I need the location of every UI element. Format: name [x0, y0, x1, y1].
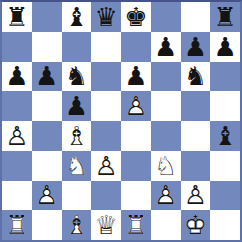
white-knight-icon[interactable]: ♞ — [62, 151, 92, 181]
square-c6[interactable]: ♞ — [62, 62, 92, 92]
square-c2[interactable] — [62, 181, 92, 211]
square-f2[interactable]: ♟♙ — [151, 181, 181, 211]
chess-board: ♜♝♛♚♜♟♟♟♟♟♞♟♞♟♟♙♟♙♝♗♝♞♘♟♙♞♘♟♙♟♙♟♙♜♖♝♗♛♕♜… — [0, 0, 242, 242]
square-c1[interactable]: ♝♗ — [62, 210, 92, 240]
black-queen-icon[interactable]: ♛ — [91, 2, 121, 32]
square-b7[interactable] — [32, 32, 62, 62]
square-e8[interactable]: ♚ — [121, 2, 151, 32]
square-d5[interactable] — [91, 91, 121, 121]
white-pawn-icon-outline: ♙ — [2, 121, 32, 151]
black-bishop-icon[interactable]: ♝ — [62, 2, 92, 32]
white-rook-icon[interactable]: ♜ — [121, 210, 151, 240]
square-h2[interactable] — [210, 181, 240, 211]
white-pawn-icon[interactable]: ♟ — [121, 91, 151, 121]
square-c3[interactable]: ♞♘ — [62, 151, 92, 181]
white-king-icon[interactable]: ♚ — [181, 210, 211, 240]
square-g7[interactable]: ♟ — [181, 32, 211, 62]
white-pawn-icon-outline: ♙ — [121, 91, 151, 121]
white-pawn-icon[interactable]: ♟ — [2, 121, 32, 151]
square-f6[interactable] — [151, 62, 181, 92]
square-e3[interactable] — [121, 151, 151, 181]
square-g1[interactable]: ♚♔ — [181, 210, 211, 240]
square-c7[interactable] — [62, 32, 92, 62]
square-h7[interactable]: ♟ — [210, 32, 240, 62]
square-d8[interactable]: ♛ — [91, 2, 121, 32]
white-pawn-icon[interactable]: ♟ — [181, 181, 211, 211]
square-a8[interactable]: ♜ — [2, 2, 32, 32]
square-c8[interactable]: ♝ — [62, 2, 92, 32]
square-f8[interactable] — [151, 2, 181, 32]
square-h3[interactable] — [210, 151, 240, 181]
square-b4[interactable] — [32, 121, 62, 151]
black-rook-icon[interactable]: ♜ — [210, 2, 240, 32]
square-c5[interactable]: ♟ — [62, 91, 92, 121]
white-queen-icon[interactable]: ♛ — [91, 210, 121, 240]
square-a3[interactable] — [2, 151, 32, 181]
black-king-icon[interactable]: ♚ — [121, 2, 151, 32]
white-pawn-icon[interactable]: ♟ — [151, 181, 181, 211]
white-rook-icon[interactable]: ♜ — [2, 210, 32, 240]
square-e4[interactable] — [121, 121, 151, 151]
square-b5[interactable] — [32, 91, 62, 121]
white-rook-icon-outline: ♖ — [121, 210, 151, 240]
square-h8[interactable]: ♜ — [210, 2, 240, 32]
black-pawn-icon[interactable]: ♟ — [181, 32, 211, 62]
white-bishop-icon-outline: ♗ — [62, 121, 92, 151]
square-d1[interactable]: ♛♕ — [91, 210, 121, 240]
square-g8[interactable] — [181, 2, 211, 32]
white-king-icon-outline: ♔ — [181, 210, 211, 240]
black-pawn-icon[interactable]: ♟ — [2, 62, 32, 92]
white-bishop-icon[interactable]: ♝ — [62, 210, 92, 240]
square-h1[interactable] — [210, 210, 240, 240]
square-e7[interactable] — [121, 32, 151, 62]
square-b1[interactable] — [32, 210, 62, 240]
white-knight-icon-outline: ♘ — [151, 151, 181, 181]
square-d6[interactable] — [91, 62, 121, 92]
white-rook-icon-outline: ♖ — [2, 210, 32, 240]
square-h4[interactable]: ♝ — [210, 121, 240, 151]
square-g2[interactable]: ♟♙ — [181, 181, 211, 211]
black-pawn-icon[interactable]: ♟ — [121, 62, 151, 92]
square-g4[interactable] — [181, 121, 211, 151]
white-pawn-icon[interactable]: ♟ — [32, 181, 62, 211]
square-a4[interactable]: ♟♙ — [2, 121, 32, 151]
square-c4[interactable]: ♝♗ — [62, 121, 92, 151]
square-h5[interactable] — [210, 91, 240, 121]
square-a2[interactable] — [2, 181, 32, 211]
square-b8[interactable] — [32, 2, 62, 32]
white-queen-icon-outline: ♕ — [91, 210, 121, 240]
black-pawn-icon[interactable]: ♟ — [151, 32, 181, 62]
square-f3[interactable]: ♞♘ — [151, 151, 181, 181]
white-knight-icon-outline: ♘ — [62, 151, 92, 181]
square-e1[interactable]: ♜♖ — [121, 210, 151, 240]
black-knight-icon[interactable]: ♞ — [62, 62, 92, 92]
white-knight-icon[interactable]: ♞ — [151, 151, 181, 181]
square-e2[interactable] — [121, 181, 151, 211]
square-f1[interactable] — [151, 210, 181, 240]
square-g5[interactable] — [181, 91, 211, 121]
square-e5[interactable]: ♟♙ — [121, 91, 151, 121]
black-pawn-icon[interactable]: ♟ — [62, 91, 92, 121]
square-a6[interactable]: ♟ — [2, 62, 32, 92]
black-knight-icon[interactable]: ♞ — [181, 62, 211, 92]
square-h6[interactable] — [210, 62, 240, 92]
black-bishop-icon[interactable]: ♝ — [210, 121, 240, 151]
square-g3[interactable] — [181, 151, 211, 181]
square-f5[interactable] — [151, 91, 181, 121]
white-bishop-icon[interactable]: ♝ — [62, 121, 92, 151]
white-pawn-icon-outline: ♙ — [181, 181, 211, 211]
white-pawn-icon-outline: ♙ — [151, 181, 181, 211]
black-pawn-icon[interactable]: ♟ — [32, 62, 62, 92]
square-d3[interactable]: ♟♙ — [91, 151, 121, 181]
white-pawn-icon-outline: ♙ — [91, 151, 121, 181]
square-b6[interactable]: ♟ — [32, 62, 62, 92]
white-pawn-icon[interactable]: ♟ — [91, 151, 121, 181]
square-d7[interactable] — [91, 32, 121, 62]
square-b2[interactable]: ♟♙ — [32, 181, 62, 211]
black-pawn-icon[interactable]: ♟ — [210, 32, 240, 62]
square-d4[interactable] — [91, 121, 121, 151]
black-rook-icon[interactable]: ♜ — [2, 2, 32, 32]
square-a5[interactable] — [2, 91, 32, 121]
square-f4[interactable] — [151, 121, 181, 151]
square-a7[interactable] — [2, 32, 32, 62]
square-f7[interactable]: ♟ — [151, 32, 181, 62]
square-d2[interactable] — [91, 181, 121, 211]
white-pawn-icon-outline: ♙ — [32, 181, 62, 211]
white-bishop-icon-outline: ♗ — [62, 210, 92, 240]
square-a1[interactable]: ♜♖ — [2, 210, 32, 240]
square-b3[interactable] — [32, 151, 62, 181]
board-grid: ♜♝♛♚♜♟♟♟♟♟♞♟♞♟♟♙♟♙♝♗♝♞♘♟♙♞♘♟♙♟♙♟♙♜♖♝♗♛♕♜… — [2, 2, 240, 240]
square-g6[interactable]: ♞ — [181, 62, 211, 92]
square-e6[interactable]: ♟ — [121, 62, 151, 92]
